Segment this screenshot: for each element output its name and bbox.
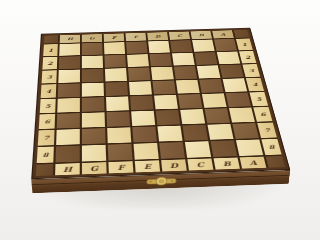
chess-board-surface: HGFEDCBA1122334455667788HGFEDCBA [31,28,290,180]
square-e3 [128,67,150,80]
square-g7 [82,128,106,144]
file-label-bottom: C [187,158,213,170]
rank-label-left: 1 [43,44,58,56]
file-label-top: B [191,31,212,39]
rank-label-left: 3 [42,70,57,83]
rank-label-right: 1 [236,38,253,50]
square-a5 [226,93,251,107]
square-a7 [232,123,259,139]
square-d3 [151,67,174,80]
square-c4 [176,80,200,94]
square-c3 [174,66,197,79]
rank-label-left: 8 [37,147,54,164]
square-e4 [129,81,152,95]
square-e8 [134,143,159,160]
square-h1 [59,43,80,55]
brass-clasp-graphic [146,175,177,188]
square-f3 [105,68,127,81]
square-a4 [223,78,248,92]
square-h3 [58,70,80,83]
square-a2 [217,51,240,64]
square-c5 [178,94,202,108]
border-corner [36,164,53,176]
square-h6 [57,113,80,128]
rank-label-left: 6 [39,114,55,129]
square-e7 [132,126,157,142]
square-d7 [157,126,182,142]
file-label-bottom: G [82,162,107,174]
square-e5 [130,96,153,111]
square-a6 [229,107,255,122]
square-b3 [197,65,221,78]
square-c2 [172,53,195,66]
square-g4 [82,83,104,97]
rank-label-right: 8 [261,139,281,155]
rank-label-right: 4 [246,78,264,92]
square-g3 [82,69,104,82]
square-a1 [214,39,237,51]
square-c1 [170,40,192,52]
square-a3 [220,65,244,78]
square-b1 [192,40,215,52]
square-h5 [57,98,80,113]
square-f8 [108,144,133,161]
file-label-top: C [169,32,190,40]
square-d1 [148,41,170,53]
square-c7 [182,125,208,141]
square-f7 [107,127,131,143]
square-d6 [156,110,180,125]
square-b7 [207,124,233,140]
square-b8 [210,140,237,157]
square-h8 [56,146,80,163]
file-label-top: D [147,32,168,40]
square-g8 [82,145,106,162]
rank-label-left: 5 [40,99,56,113]
folding-chess-box: HGFEDCBA1122334455667788HGFEDCBA [31,28,290,180]
square-h7 [56,129,80,145]
file-label-bottom: F [108,161,133,173]
square-h4 [58,83,80,97]
square-a8 [236,139,263,156]
square-e2 [127,54,149,67]
file-label-bottom: H [55,163,80,175]
file-label-bottom: B [214,158,240,170]
square-g5 [82,97,105,112]
square-g2 [82,56,103,69]
square-f2 [104,55,126,68]
border-corner [266,156,285,168]
square-h2 [59,56,80,69]
file-label-bottom: E [135,160,160,172]
square-g1 [82,43,103,55]
square-c6 [180,109,205,124]
border-corner [44,35,58,43]
square-d2 [150,54,172,67]
file-label-bottom: D [161,159,187,171]
rank-label-right: 2 [239,51,256,63]
square-b5 [202,93,227,107]
rank-label-right: 6 [253,107,272,122]
photo-scene: HGFEDCBA1122334455667788HGFEDCBA [0,0,307,240]
file-label-top: F [104,33,125,41]
square-b4 [199,79,223,93]
brass-clasp-icon [146,175,177,188]
square-e6 [131,111,155,126]
border-corner [234,30,250,38]
file-label-top: A [212,30,234,38]
square-c8 [185,141,211,158]
rank-label-right: 7 [257,123,277,138]
square-d8 [159,142,185,159]
square-f4 [105,82,128,96]
file-label-top: G [82,34,102,42]
file-label-top: H [60,35,80,43]
file-label-top: E [125,33,146,41]
file-label-bottom: A [240,157,267,169]
chess-board-grid: HGFEDCBA1122334455667788HGFEDCBA [36,30,285,176]
square-d5 [154,95,178,109]
square-e1 [126,41,147,53]
square-b2 [194,52,217,65]
square-f5 [106,96,129,111]
square-f1 [104,42,125,54]
rank-label-right: 3 [242,64,260,77]
rank-label-right: 5 [250,92,269,106]
square-d4 [152,80,175,94]
rank-label-left: 4 [41,84,57,98]
square-b6 [205,108,230,123]
rank-label-left: 7 [38,130,55,146]
square-f6 [107,112,131,127]
square-g6 [82,112,105,127]
rank-label-left: 2 [42,57,57,70]
